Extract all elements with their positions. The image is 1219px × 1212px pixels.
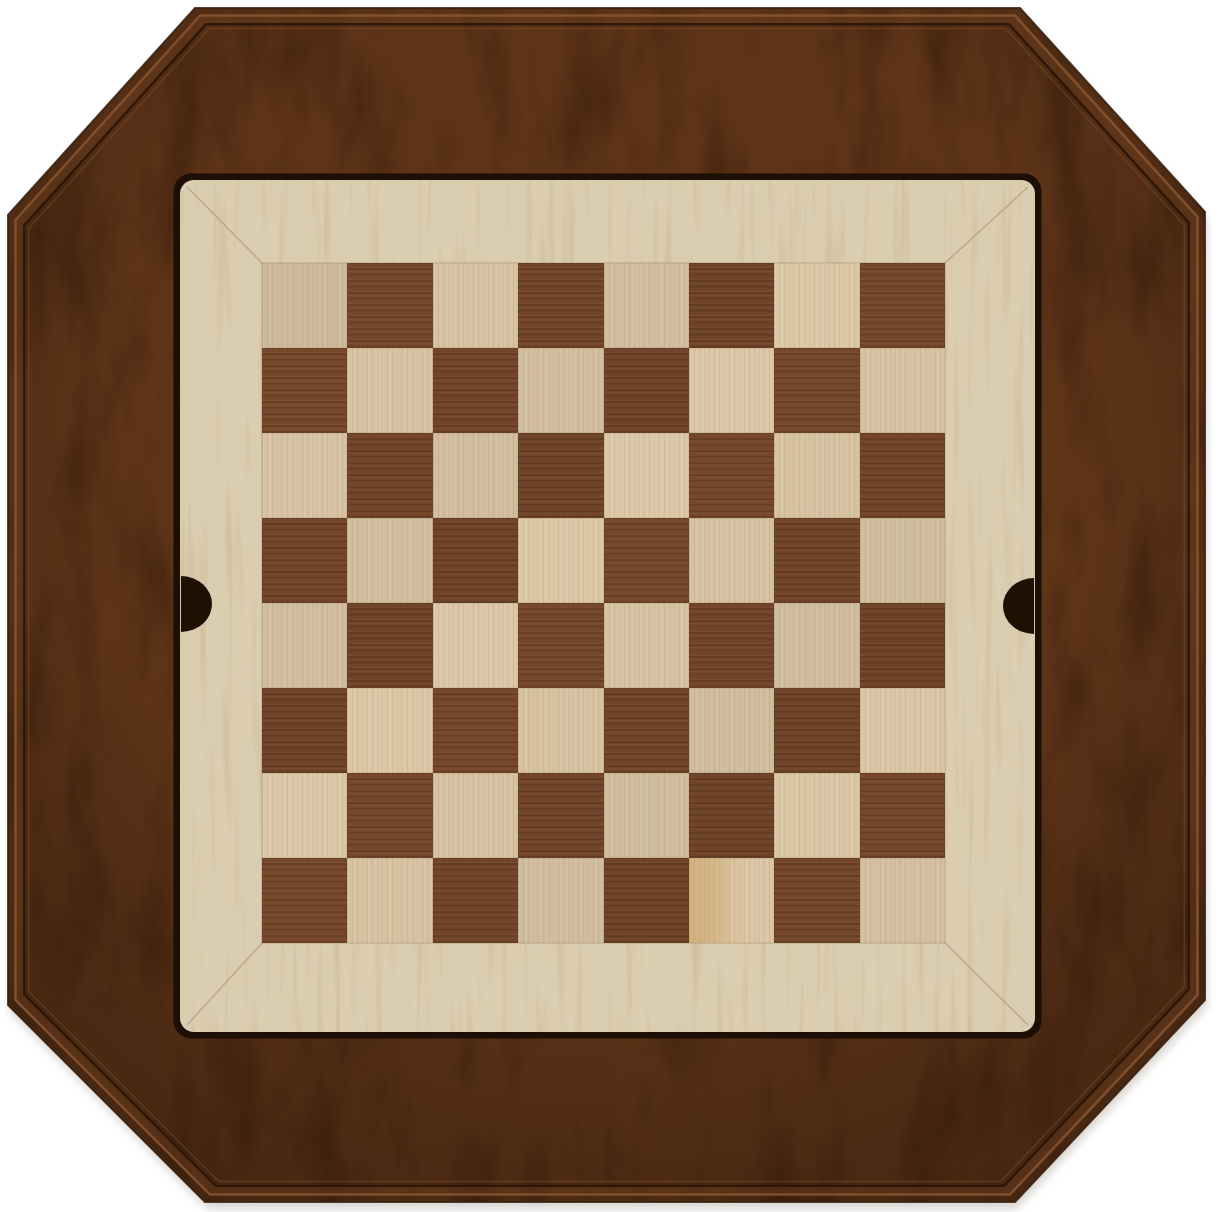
square-f7 — [689, 348, 774, 433]
square-h2 — [860, 773, 945, 858]
square-b3 — [347, 688, 432, 773]
square-f1 — [689, 858, 774, 943]
square-c7 — [433, 348, 518, 433]
square-d7 — [518, 348, 603, 433]
square-c3 — [433, 688, 518, 773]
square-h4 — [860, 603, 945, 688]
square-b1 — [347, 858, 432, 943]
square-e5 — [604, 518, 689, 603]
square-d3 — [518, 688, 603, 773]
square-d5 — [518, 518, 603, 603]
square-e8 — [604, 263, 689, 348]
square-e2 — [604, 773, 689, 858]
square-e6 — [604, 433, 689, 518]
square-g4 — [774, 603, 859, 688]
square-a3 — [262, 688, 347, 773]
square-c6 — [433, 433, 518, 518]
square-e1 — [604, 858, 689, 943]
square-h5 — [860, 518, 945, 603]
square-h3 — [860, 688, 945, 773]
square-c4 — [433, 603, 518, 688]
square-h8 — [860, 263, 945, 348]
square-g3 — [774, 688, 859, 773]
square-f2 — [689, 773, 774, 858]
square-g7 — [774, 348, 859, 433]
square-f5 — [689, 518, 774, 603]
square-a1 — [262, 858, 347, 943]
square-a5 — [262, 518, 347, 603]
square-c5 — [433, 518, 518, 603]
square-c8 — [433, 263, 518, 348]
square-a7 — [262, 348, 347, 433]
square-b8 — [347, 263, 432, 348]
square-b7 — [347, 348, 432, 433]
square-g5 — [774, 518, 859, 603]
square-g1 — [774, 858, 859, 943]
square-a2 — [262, 773, 347, 858]
square-d6 — [518, 433, 603, 518]
square-c1 — [433, 858, 518, 943]
square-f3 — [689, 688, 774, 773]
square-f8 — [689, 263, 774, 348]
square-a6 — [262, 433, 347, 518]
square-d2 — [518, 773, 603, 858]
square-b6 — [347, 433, 432, 518]
square-d8 — [518, 263, 603, 348]
square-f4 — [689, 603, 774, 688]
square-h1 — [860, 858, 945, 943]
chessboard — [262, 263, 945, 943]
square-h7 — [860, 348, 945, 433]
square-h6 — [860, 433, 945, 518]
square-g6 — [774, 433, 859, 518]
square-d1 — [518, 858, 603, 943]
square-g8 — [774, 263, 859, 348]
square-e3 — [604, 688, 689, 773]
square-d4 — [518, 603, 603, 688]
square-e7 — [604, 348, 689, 433]
square-a4 — [262, 603, 347, 688]
square-g2 — [774, 773, 859, 858]
square-a8 — [262, 263, 347, 348]
square-b4 — [347, 603, 432, 688]
square-b2 — [347, 773, 432, 858]
square-c2 — [433, 773, 518, 858]
square-f6 — [689, 433, 774, 518]
game-table-photo — [0, 0, 1219, 1212]
square-b5 — [347, 518, 432, 603]
square-e4 — [604, 603, 689, 688]
